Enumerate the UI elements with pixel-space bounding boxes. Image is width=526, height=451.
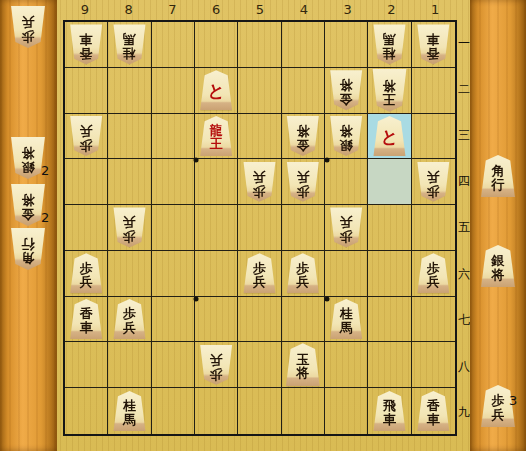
square-79[interactable] [152,388,195,434]
gote-lance-piece[interactable]: 香車 [69,24,103,64]
piece-kanji: 歩兵 [242,253,276,293]
file-label-9: 9 [63,2,107,19]
square-59[interactable] [238,388,281,434]
piece-kanji: 香車 [416,391,450,431]
gote-hand-silver-count: 2 [41,163,49,178]
square-67[interactable] [195,297,238,343]
square-93[interactable]: 歩兵 [65,114,108,160]
gote-pawn-piece[interactable]: 歩兵 [199,345,233,385]
square-38[interactable] [325,342,368,388]
gote-king-piece[interactable]: 王将 [371,69,407,112]
square-84[interactable] [108,159,151,205]
square-75[interactable] [152,205,195,251]
square-11[interactable]: 香車 [412,22,455,68]
piece-kanji: 歩兵 [242,162,276,202]
file-label-1: 1 [413,2,457,19]
gote-pawn-piece[interactable]: 歩兵 [242,162,276,202]
rank-label-6: 六 [457,251,471,297]
rank-label-4: 四 [457,159,471,205]
file-coordinates: 987654321 [63,2,457,19]
square-22[interactable]: 王将 [368,68,411,114]
square-97[interactable]: 香車 [65,297,108,343]
rank-label-5: 五 [457,205,471,251]
sente-dragon-promoted-piece[interactable]: 龍王 [199,116,233,156]
square-44[interactable]: 歩兵 [282,159,325,205]
piece-kanji: 桂馬 [329,299,363,339]
square-16[interactable]: 歩兵 [412,251,455,297]
gote-gold-piece[interactable]: 金将 [286,116,320,156]
piece-kanji: 歩兵 [286,253,320,293]
gote-hand-gold-count: 2 [41,210,49,225]
piece-kanji: 王将 [371,69,407,112]
sente-pawn-piece[interactable]: 歩兵 [416,253,450,293]
square-92[interactable] [65,68,108,114]
square-13[interactable] [412,114,455,160]
square-25[interactable] [368,205,411,251]
sente-pawn-piece[interactable]: 歩兵 [242,253,276,293]
square-15[interactable] [412,205,455,251]
sente-pawn-piece[interactable]: 歩兵 [112,299,146,339]
file-label-4: 4 [282,2,326,19]
gote-knight-piece[interactable]: 桂馬 [112,24,146,64]
piece-kanji: 歩兵 [69,253,103,293]
file-label-7: 7 [151,2,195,19]
square-66[interactable] [195,251,238,297]
rank-coordinates: 一二三四五六七八九 [457,20,471,436]
square-41[interactable] [282,22,325,68]
sente-bishop-piece[interactable]: 角行 [480,155,516,197]
rank-label-7: 七 [457,297,471,343]
square-54[interactable]: 歩兵 [238,159,281,205]
sente-hand-pawn-count: 3 [509,393,517,408]
piece-kanji: 香車 [69,299,103,339]
gote-pawn-piece[interactable]: 歩兵 [286,162,320,202]
rank-label-9: 九 [457,390,471,436]
square-47[interactable] [282,297,325,343]
star-point [194,158,199,163]
piece-kanji: 銀将 [480,245,516,287]
square-58[interactable] [238,342,281,388]
piece-kanji: 香車 [416,24,450,64]
square-33[interactable]: 銀将 [325,114,368,160]
sente-pawn-piece[interactable]: 歩兵 [286,253,320,293]
square-35[interactable]: 歩兵 [325,205,368,251]
sente-knight-piece[interactable]: 桂馬 [329,299,363,339]
square-81[interactable]: 桂馬 [108,22,151,68]
piece-kanji: 歩兵 [329,207,363,247]
square-42[interactable] [282,68,325,114]
square-56[interactable]: 歩兵 [238,251,281,297]
piece-kanji: 歩兵 [69,116,103,156]
piece-kanji: 香車 [69,24,103,64]
square-36[interactable] [325,251,368,297]
square-52[interactable] [238,68,281,114]
piece-kanji: と [199,70,233,110]
square-99[interactable] [65,388,108,434]
gote-gold-piece[interactable]: 金将 [329,70,363,110]
piece-kanji: 玉将 [285,343,321,386]
piece-kanji: 歩兵 [416,253,450,293]
square-95[interactable] [65,205,108,251]
piece-kanji: 桂馬 [372,24,406,64]
square-55[interactable] [238,205,281,251]
square-73[interactable] [152,114,195,160]
square-48[interactable]: 玉将 [282,342,325,388]
piece-kanji: 銀将 [329,116,363,156]
square-21[interactable]: 桂馬 [368,22,411,68]
gote-pawn-piece[interactable]: 歩兵 [329,207,363,247]
sente-tokin-promoted-piece[interactable]: と [372,116,406,156]
square-78[interactable] [152,342,195,388]
square-53[interactable] [238,114,281,160]
square-46[interactable]: 歩兵 [282,251,325,297]
square-51[interactable] [238,22,281,68]
piece-kanji: 歩兵 [112,207,146,247]
piece-kanji: 歩兵 [10,6,46,48]
piece-kanji: 角行 [10,228,46,270]
gote-bishop-piece[interactable]: 角行 [10,228,46,270]
square-89[interactable]: 桂馬 [108,388,151,434]
square-86[interactable] [108,251,151,297]
square-45[interactable] [282,205,325,251]
square-71[interactable] [152,22,195,68]
square-98[interactable] [65,342,108,388]
sente-rook-piece[interactable]: 飛車 [372,391,406,431]
square-63[interactable]: 龍王 [195,114,238,160]
file-label-2: 2 [369,2,413,19]
file-label-5: 5 [238,2,282,19]
square-61[interactable] [195,22,238,68]
square-24[interactable] [368,159,411,205]
square-64[interactable] [195,159,238,205]
square-76[interactable] [152,251,195,297]
star-point [325,297,330,302]
sente-pawn-piece[interactable]: 歩兵 [69,253,103,293]
piece-kanji: 金将 [286,116,320,156]
sente-tokin-promoted-piece[interactable]: と [199,70,233,110]
square-28[interactable] [368,342,411,388]
square-43[interactable]: 金将 [282,114,325,160]
square-77[interactable] [152,297,195,343]
piece-kanji: 飛車 [372,391,406,431]
square-87[interactable]: 歩兵 [108,297,151,343]
square-26[interactable] [368,251,411,297]
square-12[interactable] [412,68,455,114]
square-72[interactable] [152,68,195,114]
square-23[interactable]: と [368,114,411,160]
square-85[interactable]: 歩兵 [108,205,151,251]
square-91[interactable]: 香車 [65,22,108,68]
piece-kanji: 金将 [329,70,363,110]
piece-kanji: 歩兵 [199,345,233,385]
square-14[interactable]: 歩兵 [412,159,455,205]
file-label-6: 6 [194,2,238,19]
square-69[interactable] [195,388,238,434]
piece-kanji: 龍王 [199,116,233,156]
square-31[interactable] [325,22,368,68]
piece-kanji: 桂馬 [112,24,146,64]
square-37[interactable]: 桂馬 [325,297,368,343]
star-point [194,297,199,302]
square-49[interactable] [282,388,325,434]
file-label-8: 8 [107,2,151,19]
piece-kanji: 角行 [480,155,516,197]
piece-kanji: と [372,116,406,156]
sente-king-piece[interactable]: 玉将 [285,343,321,386]
rank-label-2: 二 [457,66,471,112]
square-57[interactable] [238,297,281,343]
square-32[interactable]: 金将 [325,68,368,114]
square-39[interactable] [325,388,368,434]
square-17[interactable] [412,297,455,343]
square-65[interactable] [195,205,238,251]
square-88[interactable] [108,342,151,388]
piece-kanji: 歩兵 [112,299,146,339]
shogi-board: 香車桂馬桂馬香車と金将王将歩兵龍王金将銀将と歩兵歩兵歩兵歩兵歩兵歩兵歩兵歩兵歩兵… [63,20,457,436]
gote-silver-piece[interactable]: 銀将 [329,116,363,156]
rank-label-8: 八 [457,344,471,390]
star-point [325,158,330,163]
piece-kanji: 桂馬 [112,391,146,431]
square-68[interactable]: 歩兵 [195,342,238,388]
square-34[interactable] [325,159,368,205]
gote-lance-piece[interactable]: 香車 [416,24,450,64]
square-83[interactable] [108,114,151,160]
shogi-app: 歩兵銀将2金将2角行 987654321 一二三四五六七八九 香車桂馬桂馬香車と… [0,0,526,451]
gote-pawn-piece[interactable]: 歩兵 [10,6,46,48]
sente-hand-stand: 角行銀将歩兵3 [470,0,526,451]
square-19[interactable]: 香車 [412,388,455,434]
gote-knight-piece[interactable]: 桂馬 [372,24,406,64]
square-94[interactable] [65,159,108,205]
square-18[interactable] [412,342,455,388]
gote-hand-stand: 歩兵銀将2金将2角行 [0,0,57,451]
sente-lance-piece[interactable]: 香車 [416,391,450,431]
file-label-3: 3 [326,2,370,19]
rank-label-3: 三 [457,112,471,158]
gote-pawn-piece[interactable]: 歩兵 [69,116,103,156]
square-96[interactable]: 歩兵 [65,251,108,297]
sente-lance-piece[interactable]: 香車 [69,299,103,339]
rank-label-1: 一 [457,20,471,66]
piece-kanji: 歩兵 [286,162,320,202]
sente-silver-piece[interactable]: 銀将 [480,245,516,287]
gote-pawn-piece[interactable]: 歩兵 [112,207,146,247]
piece-kanji: 歩兵 [416,162,450,202]
square-74[interactable] [152,159,195,205]
square-27[interactable] [368,297,411,343]
square-62[interactable]: と [195,68,238,114]
square-29[interactable]: 飛車 [368,388,411,434]
square-82[interactable] [108,68,151,114]
sente-knight-piece[interactable]: 桂馬 [112,391,146,431]
gote-pawn-piece[interactable]: 歩兵 [416,162,450,202]
